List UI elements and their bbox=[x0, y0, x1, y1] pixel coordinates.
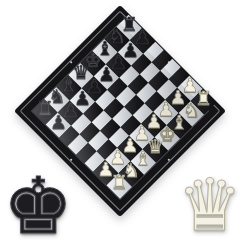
piece-black-rook: ♜ bbox=[121, 15, 138, 34]
display-piece-black-king: ♚ bbox=[3, 175, 73, 239]
frame-dot bbox=[167, 158, 170, 161]
display-piece-white-queen: ♛ bbox=[177, 176, 242, 235]
frame-dot bbox=[70, 61, 73, 64]
product-photo: ♜♞♝♛♚♝♞♜♟♟♟♟♟♟♟♟♟♟♟♟♟♟♟♟♜♞♝♛♚♝♞♜ ♚ ♛ bbox=[0, 0, 243, 240]
